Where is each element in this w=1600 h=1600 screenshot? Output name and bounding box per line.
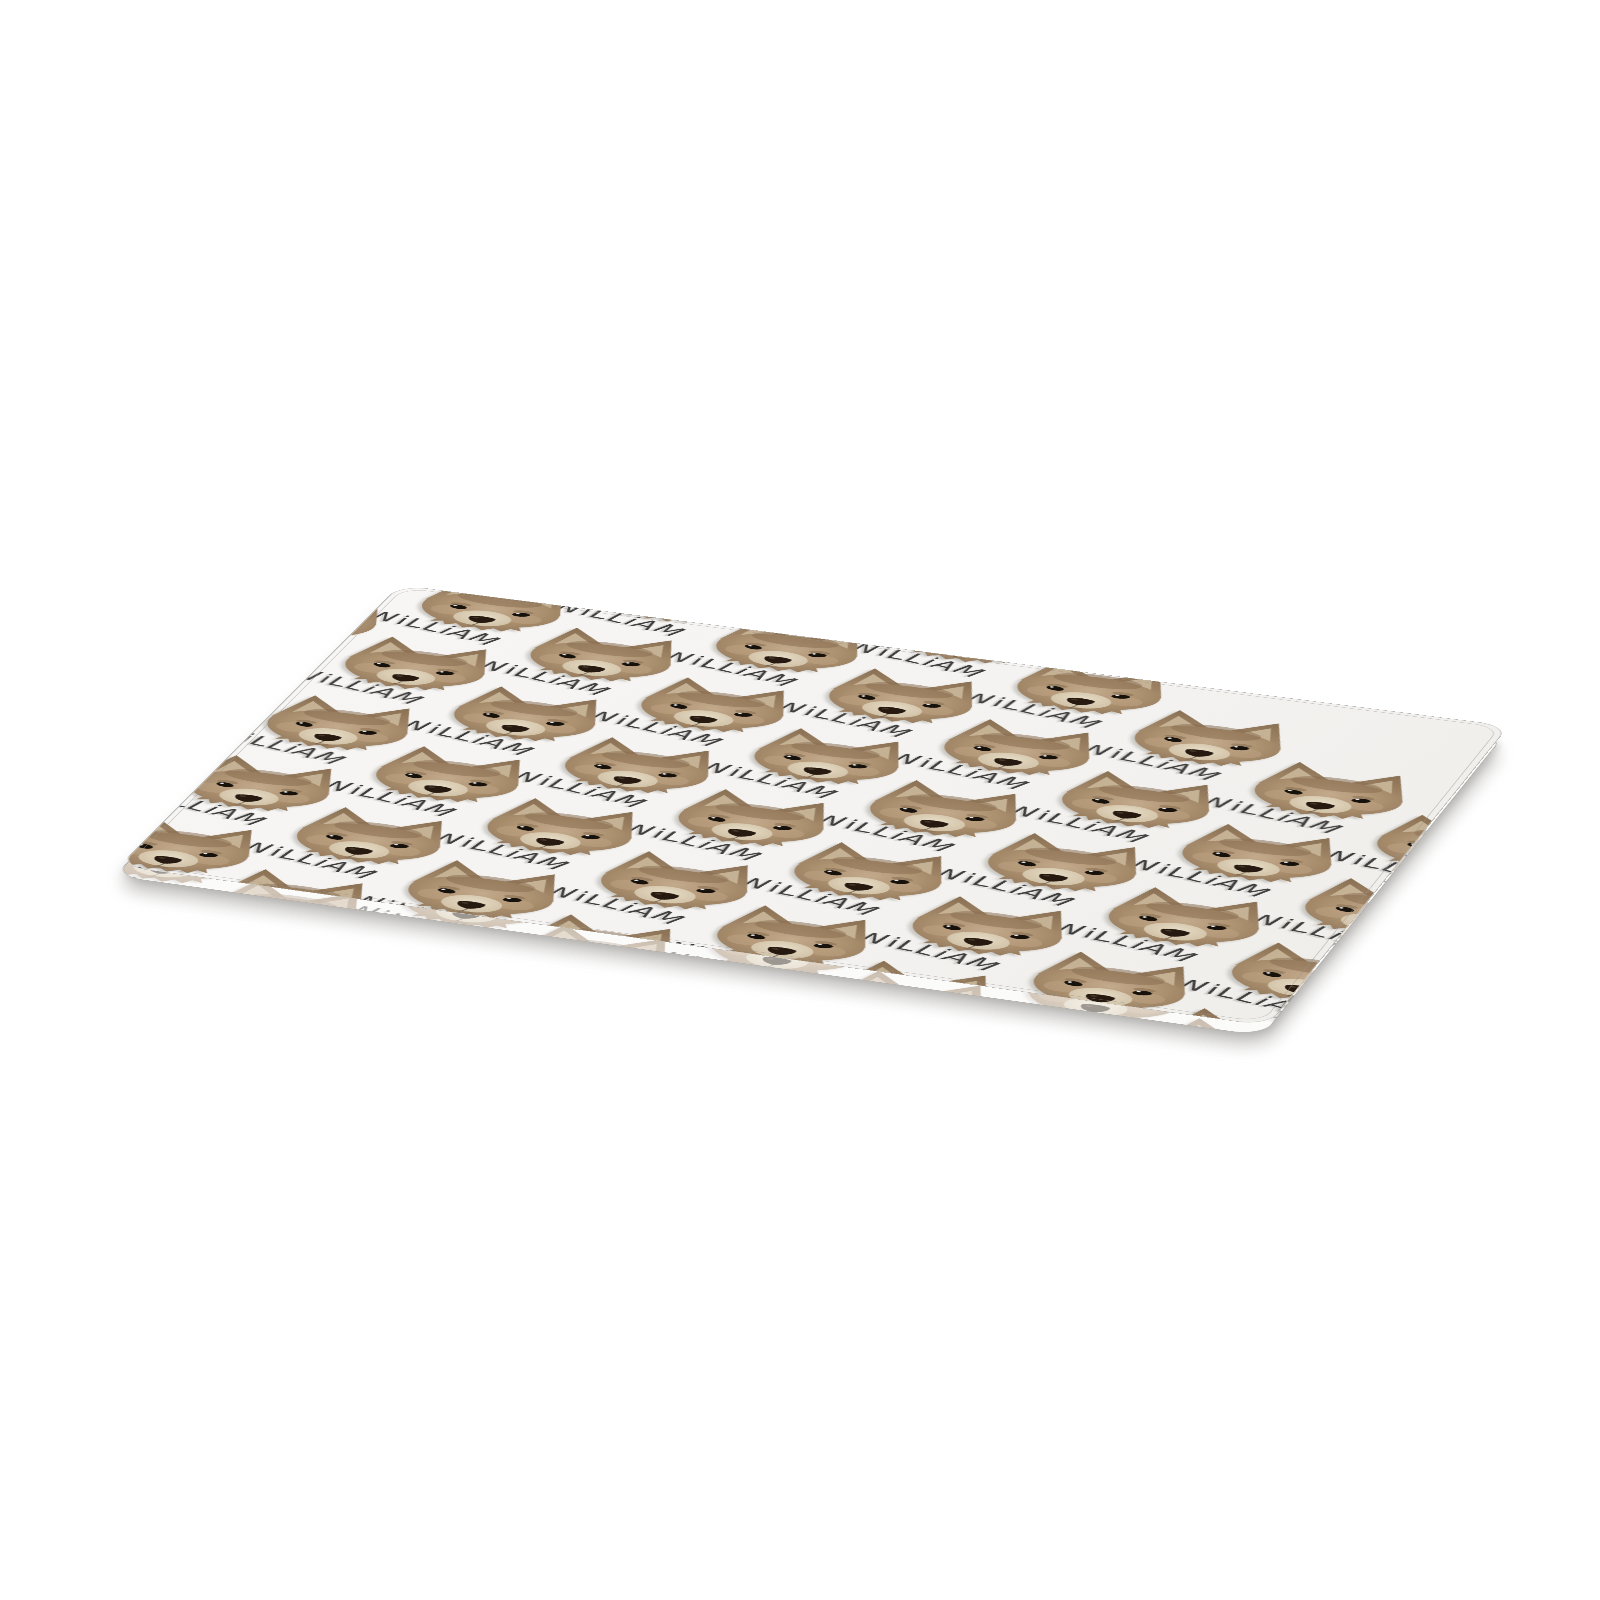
dog-name-text: WiLLiAM [556, 1012, 792, 1036]
pattern-tile: WiLLiAM [1375, 937, 1504, 1036]
dog-name-text: WiLLiAM [114, 919, 168, 982]
pattern-tile: WiLLiAM [114, 882, 201, 982]
pattern-tile: WiLLiAM [578, 973, 820, 1036]
dog-name-text: WiLLiAM [753, 1003, 991, 1036]
dog-face-icon [921, 1021, 1141, 1036]
dog-face-icon [1322, 1002, 1503, 1036]
pattern-tile: WiLLiAM [1301, 1002, 1504, 1036]
dog-name-text: WiLLiAM [440, 956, 673, 1020]
dog-face-icon [1396, 937, 1504, 1014]
dog-name-text: WiLLiAM [1350, 975, 1504, 1036]
dog-name-text: WiLLiAM [245, 965, 476, 1029]
dog-face-icon [602, 973, 820, 1036]
dog-face-icon [291, 927, 507, 1003]
product-photo: WiLLiAMWiLLiAMWiLLiAMWiLLiAMWiLLiAMWiLLi… [0, 0, 1600, 1600]
dog-face-icon [114, 882, 201, 956]
dog-face-icon [755, 595, 958, 632]
dog-name-text: WiLLiAM [134, 910, 362, 973]
pattern-tile: WiLLiAM [266, 927, 507, 1029]
pattern-tile: WiLLiAM [898, 1021, 1141, 1036]
